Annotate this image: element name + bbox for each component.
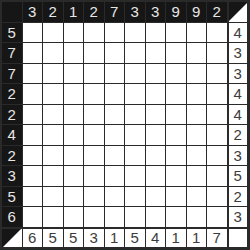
cell-r6c2[interactable] — [43, 125, 63, 145]
cell-r5c5[interactable] — [105, 105, 125, 125]
clue-left-9: 5 — [2, 187, 22, 207]
cell-r1c4[interactable] — [84, 23, 104, 43]
cell-r7c4[interactable] — [84, 146, 104, 166]
clue-left-5: 2 — [2, 105, 22, 125]
clue-left-7: 2 — [2, 146, 22, 166]
cell-r6c3[interactable] — [64, 125, 84, 145]
clue-left-2: 7 — [2, 43, 22, 63]
cell-r9c2[interactable] — [43, 187, 63, 207]
cell-r4c9[interactable] — [187, 84, 207, 104]
cell-r10c9[interactable] — [187, 207, 207, 227]
clue-right-8: 5 — [228, 166, 248, 186]
clue-top-5: 7 — [105, 2, 125, 22]
clue-right-3: 3 — [228, 64, 248, 84]
cell-r3c3[interactable] — [64, 64, 84, 84]
cell-r4c10[interactable] — [207, 84, 227, 104]
cell-r2c5[interactable] — [105, 43, 125, 63]
clue-left-10: 6 — [2, 207, 22, 227]
clue-bottom-4: 3 — [84, 228, 104, 248]
clue-right-5: 4 — [228, 105, 248, 125]
cell-r6c4[interactable] — [84, 125, 104, 145]
clue-bottom-5: 1 — [105, 228, 125, 248]
cell-r3c7[interactable] — [146, 64, 166, 84]
corner-bottom-right — [228, 228, 248, 248]
cell-r1c9[interactable] — [187, 23, 207, 43]
cell-r4c8[interactable] — [166, 84, 186, 104]
cell-r9c7[interactable] — [146, 187, 166, 207]
cell-r8c3[interactable] — [64, 166, 84, 186]
cell-r5c3[interactable] — [64, 105, 84, 125]
cell-r8c9[interactable] — [187, 166, 207, 186]
cell-r10c3[interactable] — [64, 207, 84, 227]
cell-r8c5[interactable] — [105, 166, 125, 186]
clue-top-1: 3 — [23, 2, 43, 22]
clue-left-8: 3 — [2, 166, 22, 186]
cell-r1c10[interactable] — [207, 23, 227, 43]
cell-r3c10[interactable] — [207, 64, 227, 84]
clue-top-3: 1 — [64, 2, 84, 22]
clue-right-1: 4 — [228, 23, 248, 43]
cell-r4c3[interactable] — [64, 84, 84, 104]
cell-r6c8[interactable] — [166, 125, 186, 145]
clue-top-7: 3 — [146, 2, 166, 22]
cell-r10c4[interactable] — [84, 207, 104, 227]
cell-r5c10[interactable] — [207, 105, 227, 125]
cell-r10c7[interactable] — [146, 207, 166, 227]
cell-r8c2[interactable] — [43, 166, 63, 186]
cell-r5c6[interactable] — [125, 105, 145, 125]
cell-r3c6[interactable] — [125, 64, 145, 84]
cell-r8c6[interactable] — [125, 166, 145, 186]
corner-top-left — [2, 2, 22, 22]
cell-r3c8[interactable] — [166, 64, 186, 84]
cell-r5c9[interactable] — [187, 105, 207, 125]
cell-r5c4[interactable] — [84, 105, 104, 125]
clue-right-10: 3 — [228, 207, 248, 227]
cell-r6c10[interactable] — [207, 125, 227, 145]
cell-r1c5[interactable] — [105, 23, 125, 43]
clue-bottom-3: 5 — [64, 228, 84, 248]
cell-r6c6[interactable] — [125, 125, 145, 145]
clue-right-4: 4 — [228, 84, 248, 104]
cell-r7c2[interactable] — [43, 146, 63, 166]
cell-r7c8[interactable] — [166, 146, 186, 166]
clue-top-9: 9 — [187, 2, 207, 22]
clue-bottom-10: 7 — [207, 228, 227, 248]
cell-r7c6[interactable] — [125, 146, 145, 166]
cell-r2c2[interactable] — [43, 43, 63, 63]
skyscrapers-board: 3212733992547373242442233552636553154117 — [0, 0, 250, 250]
clue-top-2: 2 — [43, 2, 63, 22]
cell-r6c9[interactable] — [187, 125, 207, 145]
clue-right-7: 3 — [228, 146, 248, 166]
clue-left-6: 4 — [2, 125, 22, 145]
cell-r4c7[interactable] — [146, 84, 166, 104]
cell-r4c1[interactable] — [23, 84, 43, 104]
corner-top-right — [228, 2, 248, 22]
cell-r8c1[interactable] — [23, 166, 43, 186]
cell-r2c3[interactable] — [64, 43, 84, 63]
clue-right-9: 2 — [228, 187, 248, 207]
cell-r9c4[interactable] — [84, 187, 104, 207]
cell-r3c4[interactable] — [84, 64, 104, 84]
cell-r6c7[interactable] — [146, 125, 166, 145]
clue-right-2: 3 — [228, 43, 248, 63]
cell-r7c3[interactable] — [64, 146, 84, 166]
cell-r8c7[interactable] — [146, 166, 166, 186]
clue-bottom-9: 1 — [187, 228, 207, 248]
cell-r3c2[interactable] — [43, 64, 63, 84]
clue-bottom-2: 5 — [43, 228, 63, 248]
cell-r7c7[interactable] — [146, 146, 166, 166]
clue-left-3: 7 — [2, 64, 22, 84]
cell-r1c3[interactable] — [64, 23, 84, 43]
cell-r8c10[interactable] — [207, 166, 227, 186]
cell-r10c5[interactable] — [105, 207, 125, 227]
clue-top-6: 3 — [125, 2, 145, 22]
cell-r1c8[interactable] — [166, 23, 186, 43]
clue-left-1: 5 — [2, 23, 22, 43]
cell-r3c1[interactable] — [23, 64, 43, 84]
cell-r1c7[interactable] — [146, 23, 166, 43]
clue-bottom-8: 1 — [166, 228, 186, 248]
cell-r9c3[interactable] — [64, 187, 84, 207]
cell-r8c8[interactable] — [166, 166, 186, 186]
cell-r7c10[interactable] — [207, 146, 227, 166]
cell-r2c8[interactable] — [166, 43, 186, 63]
cell-r9c10[interactable] — [207, 187, 227, 207]
cell-r10c2[interactable] — [43, 207, 63, 227]
cell-r9c9[interactable] — [187, 187, 207, 207]
cell-r6c5[interactable] — [105, 125, 125, 145]
clue-left-4: 2 — [2, 84, 22, 104]
cell-r10c1[interactable] — [23, 207, 43, 227]
cell-r5c1[interactable] — [23, 105, 43, 125]
cell-r2c6[interactable] — [125, 43, 145, 63]
cell-r9c6[interactable] — [125, 187, 145, 207]
cell-r5c2[interactable] — [43, 105, 63, 125]
clue-top-4: 2 — [84, 2, 104, 22]
cell-r2c7[interactable] — [146, 43, 166, 63]
cell-r1c2[interactable] — [43, 23, 63, 43]
cell-r9c5[interactable] — [105, 187, 125, 207]
cell-r3c5[interactable] — [105, 64, 125, 84]
cell-r2c1[interactable] — [23, 43, 43, 63]
cell-r4c4[interactable] — [84, 84, 104, 104]
cell-r7c5[interactable] — [105, 146, 125, 166]
cell-r9c8[interactable] — [166, 187, 186, 207]
cell-r3c9[interactable] — [187, 64, 207, 84]
cell-r4c6[interactable] — [125, 84, 145, 104]
clue-bottom-6: 5 — [125, 228, 145, 248]
cell-r5c8[interactable] — [166, 105, 186, 125]
cell-r1c1[interactable] — [23, 23, 43, 43]
corner-bottom-left — [2, 228, 22, 248]
cell-r9c1[interactable] — [23, 187, 43, 207]
clue-top-10: 2 — [207, 2, 227, 22]
cell-r7c1[interactable] — [23, 146, 43, 166]
cell-r10c10[interactable] — [207, 207, 227, 227]
cell-r8c4[interactable] — [84, 166, 104, 186]
cell-r1c6[interactable] — [125, 23, 145, 43]
cell-r6c1[interactable] — [23, 125, 43, 145]
cell-r2c9[interactable] — [187, 43, 207, 63]
cell-r10c6[interactable] — [125, 207, 145, 227]
cell-r2c4[interactable] — [84, 43, 104, 63]
clue-right-6: 2 — [228, 125, 248, 145]
clue-bottom-1: 6 — [23, 228, 43, 248]
cell-r4c5[interactable] — [105, 84, 125, 104]
cell-r2c10[interactable] — [207, 43, 227, 63]
clue-top-8: 9 — [166, 2, 186, 22]
cell-r7c9[interactable] — [187, 146, 207, 166]
cell-r10c8[interactable] — [166, 207, 186, 227]
clue-bottom-7: 4 — [146, 228, 166, 248]
cell-r5c7[interactable] — [146, 105, 166, 125]
cell-r4c2[interactable] — [43, 84, 63, 104]
